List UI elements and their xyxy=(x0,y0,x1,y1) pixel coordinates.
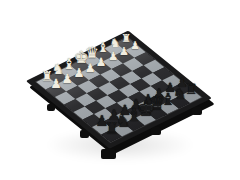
case-clasp xyxy=(151,127,161,135)
white-pawn: ♟ xyxy=(62,72,73,85)
case-foot xyxy=(47,104,55,111)
white-pawn: ♟ xyxy=(119,46,129,57)
chess-set-photo: ♜♞♟♝♟♛♟♚♟♝♟♞♟♜♟♟♟♟♜♟♞♟♝♟♛♟♚♟♝♟♞♜ xyxy=(0,0,240,180)
black-rook: ♜ xyxy=(104,119,118,135)
white-pawn: ♟ xyxy=(108,51,118,62)
white-pawn: ♟ xyxy=(73,67,84,79)
case-corner-foot xyxy=(101,149,116,159)
white-pawn: ♟ xyxy=(96,56,106,68)
white-pawn: ♟ xyxy=(50,78,61,91)
white-pawn: ♟ xyxy=(85,62,96,74)
case-foot xyxy=(192,107,202,115)
white-pawn: ♟ xyxy=(131,40,141,51)
